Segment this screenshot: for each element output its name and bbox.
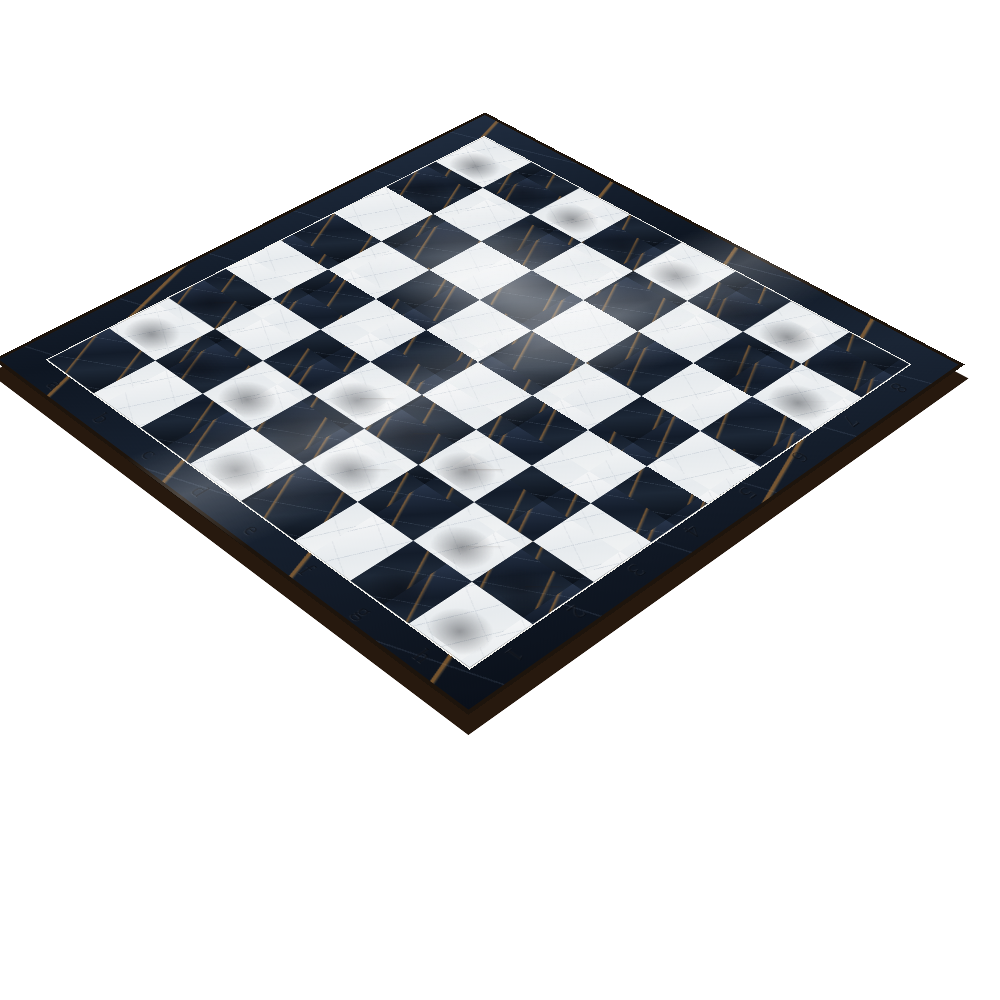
queen-icon: ♛	[164, 318, 315, 478]
rank-label-3: 3	[622, 561, 650, 580]
file-label-h: h	[408, 646, 438, 667]
file-label-g: g	[349, 602, 378, 622]
rank-label-2: 2	[563, 602, 592, 622]
rank-label-7: 7	[837, 413, 864, 429]
pawn-icon: ♟	[755, 312, 847, 409]
rank-label-6: 6	[787, 448, 814, 465]
file-label-a: a	[42, 377, 68, 392]
pawn-icon: ♟	[388, 113, 469, 198]
file-label-d: d	[186, 482, 214, 499]
chess-board: ♜♞♝♚♛♝♞♜♟♟♟♟♟♟♟♟♜♞♚♝♟♟♟♛♞♜ abcdefgh 1234…	[0, 112, 965, 715]
rook-icon: ♜	[402, 510, 524, 639]
board-grid: ♜♞♝♚♛♝♞♜♟♟♟♟♟♟♟♟♜♞♚♝♟♟♟♛♞♜	[48, 137, 909, 668]
square-h1: ♜	[409, 581, 533, 667]
rank-label-1: 1	[500, 645, 529, 666]
rank-label-8: 8	[886, 380, 912, 395]
file-label-c: c	[136, 446, 163, 462]
rank-label-5: 5	[734, 484, 762, 501]
photo-stage: ♜♞♝♚♛♝♞♜♟♟♟♟♟♟♟♟♜♞♚♝♟♟♟♛♞♜ abcdefgh 1234…	[0, 0, 1000, 1000]
rank-label-4: 4	[679, 522, 707, 540]
file-label-b: b	[88, 411, 115, 427]
file-label-f: f	[294, 562, 320, 579]
file-label-e: e	[238, 521, 265, 538]
